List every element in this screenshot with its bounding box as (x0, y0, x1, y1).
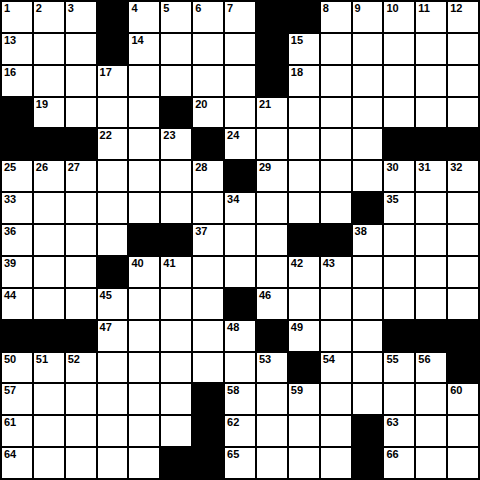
letter-cell-r11c2[interactable]: 52 (66, 353, 96, 383)
letter-cell-r9c14[interactable] (448, 289, 478, 319)
block-cell-r4c6 (193, 129, 223, 159)
letter-cell-r11c8[interactable]: 53 (257, 353, 287, 383)
clue-number-65: 65 (227, 448, 239, 461)
letter-cell-r13c14[interactable] (448, 416, 478, 446)
block-cell-r7c5 (161, 225, 191, 255)
block-cell-r12c6 (193, 384, 223, 414)
letter-cell-r2c3[interactable]: 17 (98, 66, 128, 96)
block-cell-r11c14 (448, 353, 478, 383)
clue-number-44: 44 (4, 289, 16, 302)
letter-cell-r11c4[interactable] (129, 353, 159, 383)
clue-number-11: 11 (418, 2, 430, 15)
block-cell-r10c0 (2, 321, 32, 351)
clue-number-37: 37 (195, 225, 207, 238)
letter-cell-r6c10[interactable] (321, 193, 351, 223)
letter-cell-r5c13[interactable]: 31 (416, 161, 446, 191)
clue-number-36: 36 (4, 225, 16, 238)
letter-cell-r6c3[interactable] (98, 193, 128, 223)
letter-cell-r5c9[interactable] (289, 161, 319, 191)
letter-cell-r3c2[interactable] (66, 98, 96, 128)
letter-cell-r8c10[interactable]: 43 (321, 257, 351, 287)
letter-cell-r5c11[interactable] (353, 161, 383, 191)
letter-cell-r7c1[interactable] (34, 225, 64, 255)
block-cell-r10c12 (384, 321, 414, 351)
letter-cell-r1c7[interactable] (225, 34, 255, 64)
letter-cell-r4c8[interactable] (257, 129, 287, 159)
letter-cell-r3c9[interactable] (289, 98, 319, 128)
letter-cell-r1c10[interactable] (321, 34, 351, 64)
letter-cell-r12c5[interactable] (161, 384, 191, 414)
clue-number-27: 27 (68, 161, 80, 174)
letter-cell-r14c7[interactable]: 65 (225, 448, 255, 478)
letter-cell-r12c3[interactable] (98, 384, 128, 414)
letter-cell-r2c2[interactable] (66, 66, 96, 96)
clue-number-54: 54 (323, 353, 335, 366)
clue-number-42: 42 (291, 257, 303, 270)
clue-number-51: 51 (36, 353, 48, 366)
letter-cell-r3c13[interactable] (416, 98, 446, 128)
clue-number-4: 4 (131, 2, 137, 15)
letter-cell-r14c4[interactable] (129, 448, 159, 478)
clue-number-28: 28 (195, 161, 207, 174)
letter-cell-r10c9[interactable]: 49 (289, 321, 319, 351)
block-cell-r14c5 (161, 448, 191, 478)
clue-number-14: 14 (131, 34, 143, 47)
letter-cell-r1c13[interactable] (416, 34, 446, 64)
letter-cell-r9c5[interactable] (161, 289, 191, 319)
clue-number-26: 26 (36, 161, 48, 174)
clue-number-6: 6 (195, 2, 201, 15)
letter-cell-r1c12[interactable] (384, 34, 414, 64)
letter-cell-r14c0[interactable]: 64 (2, 448, 32, 478)
letter-cell-r2c4[interactable] (129, 66, 159, 96)
letter-cell-r1c2[interactable] (66, 34, 96, 64)
letter-cell-r11c12[interactable]: 55 (384, 353, 414, 383)
letter-cell-r2c5[interactable] (161, 66, 191, 96)
letter-cell-r11c0[interactable]: 50 (2, 353, 32, 383)
letter-cell-r3c6[interactable]: 20 (193, 98, 223, 128)
letter-cell-r9c4[interactable] (129, 289, 159, 319)
letter-cell-r5c14[interactable]: 32 (448, 161, 478, 191)
letter-cell-r6c12[interactable]: 35 (384, 193, 414, 223)
block-cell-r11c9 (289, 353, 319, 383)
letter-cell-r2c10[interactable] (321, 66, 351, 96)
clue-number-45: 45 (100, 289, 112, 302)
letter-cell-r5c1[interactable]: 26 (34, 161, 64, 191)
letter-cell-r13c13[interactable] (416, 416, 446, 446)
letter-cell-r8c8[interactable] (257, 257, 287, 287)
clue-number-24: 24 (227, 129, 239, 142)
letter-cell-r12c12[interactable] (384, 384, 414, 414)
letter-cell-r1c5[interactable] (161, 34, 191, 64)
block-cell-r4c12 (384, 129, 414, 159)
letter-cell-r13c4[interactable] (129, 416, 159, 446)
clue-number-41: 41 (163, 257, 175, 270)
letter-cell-r3c7[interactable] (225, 98, 255, 128)
letter-cell-r8c1[interactable] (34, 257, 64, 287)
letter-cell-r13c9[interactable] (289, 416, 319, 446)
letter-cell-r5c10[interactable] (321, 161, 351, 191)
block-cell-r14c11 (353, 448, 383, 478)
letter-cell-r14c3[interactable] (98, 448, 128, 478)
letter-cell-r14c14[interactable] (448, 448, 478, 478)
letter-cell-r3c12[interactable] (384, 98, 414, 128)
letter-cell-r13c3[interactable] (98, 416, 128, 446)
clue-number-46: 46 (259, 289, 271, 302)
clue-number-61: 61 (4, 416, 16, 429)
letter-cell-r4c10[interactable] (321, 129, 351, 159)
letter-cell-r8c7[interactable] (225, 257, 255, 287)
clue-number-32: 32 (450, 161, 462, 174)
letter-cell-r0c6[interactable]: 6 (193, 2, 223, 32)
clue-number-39: 39 (4, 257, 16, 270)
clue-number-19: 19 (36, 98, 48, 111)
clue-number-25: 25 (4, 161, 16, 174)
clue-number-63: 63 (386, 416, 398, 429)
letter-cell-r8c0[interactable]: 39 (2, 257, 32, 287)
letter-cell-r4c7[interactable]: 24 (225, 129, 255, 159)
letter-cell-r13c12[interactable]: 63 (384, 416, 414, 446)
clue-number-56: 56 (418, 353, 430, 366)
block-cell-r4c0 (2, 129, 32, 159)
block-cell-r9c7 (225, 289, 255, 319)
letter-cell-r11c5[interactable] (161, 353, 191, 383)
letter-cell-r0c13[interactable]: 11 (416, 2, 446, 32)
letter-cell-r1c0[interactable]: 13 (2, 34, 32, 64)
clue-number-59: 59 (291, 384, 303, 397)
letter-cell-r14c2[interactable] (66, 448, 96, 478)
block-cell-r3c0 (2, 98, 32, 128)
letter-cell-r14c13[interactable] (416, 448, 446, 478)
letter-cell-r5c4[interactable] (129, 161, 159, 191)
letter-cell-r4c3[interactable]: 22 (98, 129, 128, 159)
clue-number-20: 20 (195, 98, 207, 111)
clue-number-29: 29 (259, 161, 271, 174)
clue-number-10: 10 (386, 2, 398, 15)
block-cell-r10c1 (34, 321, 64, 351)
letter-cell-r10c7[interactable]: 48 (225, 321, 255, 351)
letter-cell-r6c14[interactable] (448, 193, 478, 223)
clue-number-5: 5 (163, 2, 169, 15)
block-cell-r13c6 (193, 416, 223, 446)
block-cell-r10c14 (448, 321, 478, 351)
letter-cell-r12c4[interactable] (129, 384, 159, 414)
letter-cell-r10c3[interactable]: 47 (98, 321, 128, 351)
letter-cell-r0c1[interactable]: 2 (34, 2, 64, 32)
letter-cell-r7c14[interactable] (448, 225, 478, 255)
letter-cell-r6c8[interactable] (257, 193, 287, 223)
letter-cell-r8c6[interactable] (193, 257, 223, 287)
block-cell-r4c13 (416, 129, 446, 159)
clue-number-1: 1 (4, 2, 10, 15)
letter-cell-r12c2[interactable] (66, 384, 96, 414)
letter-cell-r0c4[interactable]: 4 (129, 2, 159, 32)
letter-cell-r7c0[interactable]: 36 (2, 225, 32, 255)
letter-cell-r2c11[interactable] (353, 66, 383, 96)
letter-cell-r1c1[interactable] (34, 34, 64, 64)
letter-cell-r6c0[interactable]: 33 (2, 193, 32, 223)
block-cell-r0c8 (257, 2, 287, 32)
letter-cell-r9c1[interactable] (34, 289, 64, 319)
letter-cell-r10c4[interactable] (129, 321, 159, 351)
letter-cell-r8c4[interactable]: 40 (129, 257, 159, 287)
letter-cell-r9c11[interactable] (353, 289, 383, 319)
letter-cell-r7c12[interactable] (384, 225, 414, 255)
letter-cell-r12c13[interactable] (416, 384, 446, 414)
letter-cell-r6c13[interactable] (416, 193, 446, 223)
clue-number-40: 40 (131, 257, 143, 270)
clue-number-48: 48 (227, 321, 239, 334)
letter-cell-r8c13[interactable] (416, 257, 446, 287)
crossword-grid: 1234567891011121314151617181920212223242… (0, 0, 480, 480)
clue-number-18: 18 (291, 66, 303, 79)
letter-cell-r9c3[interactable]: 45 (98, 289, 128, 319)
letter-cell-r6c7[interactable]: 34 (225, 193, 255, 223)
clue-number-31: 31 (418, 161, 430, 174)
letter-cell-r12c11[interactable] (353, 384, 383, 414)
clue-number-55: 55 (386, 353, 398, 366)
letter-cell-r0c2[interactable]: 3 (66, 2, 96, 32)
block-cell-r3c5 (161, 98, 191, 128)
letter-cell-r9c13[interactable] (416, 289, 446, 319)
block-cell-r7c9 (289, 225, 319, 255)
letter-cell-r4c5[interactable]: 23 (161, 129, 191, 159)
clue-number-8: 8 (323, 2, 329, 15)
letter-cell-r2c1[interactable] (34, 66, 64, 96)
letter-cell-r1c11[interactable] (353, 34, 383, 64)
block-cell-r1c3 (98, 34, 128, 64)
clue-number-64: 64 (4, 448, 16, 461)
letter-cell-r5c5[interactable] (161, 161, 191, 191)
letter-cell-r14c8[interactable] (257, 448, 287, 478)
letter-cell-r9c0[interactable]: 44 (2, 289, 32, 319)
letter-cell-r8c2[interactable] (66, 257, 96, 287)
clue-number-30: 30 (386, 161, 398, 174)
block-cell-r13c11 (353, 416, 383, 446)
block-cell-r4c2 (66, 129, 96, 159)
letter-cell-r3c3[interactable] (98, 98, 128, 128)
letter-cell-r7c2[interactable] (66, 225, 96, 255)
letter-cell-r14c12[interactable]: 66 (384, 448, 414, 478)
letter-cell-r2c0[interactable]: 16 (2, 66, 32, 96)
letter-cell-r4c11[interactable] (353, 129, 383, 159)
block-cell-r7c4 (129, 225, 159, 255)
block-cell-r14c6 (193, 448, 223, 478)
clue-number-53: 53 (259, 353, 271, 366)
letter-cell-r2c6[interactable] (193, 66, 223, 96)
letter-cell-r9c2[interactable] (66, 289, 96, 319)
letter-cell-r12c8[interactable] (257, 384, 287, 414)
letter-cell-r2c13[interactable] (416, 66, 446, 96)
letter-cell-r10c6[interactable] (193, 321, 223, 351)
letter-cell-r7c11[interactable]: 38 (353, 225, 383, 255)
clue-number-50: 50 (4, 353, 16, 366)
letter-cell-r5c8[interactable]: 29 (257, 161, 287, 191)
letter-cell-r3c4[interactable] (129, 98, 159, 128)
letter-cell-r7c7[interactable] (225, 225, 255, 255)
letter-cell-r14c10[interactable] (321, 448, 351, 478)
block-cell-r10c13 (416, 321, 446, 351)
clue-number-22: 22 (100, 129, 112, 142)
letter-cell-r0c7[interactable]: 7 (225, 2, 255, 32)
clue-number-17: 17 (100, 66, 112, 79)
letter-cell-r9c10[interactable] (321, 289, 351, 319)
clue-number-47: 47 (100, 321, 112, 334)
letter-cell-r13c10[interactable] (321, 416, 351, 446)
block-cell-r1c8 (257, 34, 287, 64)
clue-number-12: 12 (450, 2, 462, 15)
clue-number-21: 21 (259, 98, 271, 111)
clue-number-66: 66 (386, 448, 398, 461)
letter-cell-r10c5[interactable] (161, 321, 191, 351)
letter-cell-r7c6[interactable]: 37 (193, 225, 223, 255)
letter-cell-r3c10[interactable] (321, 98, 351, 128)
letter-cell-r3c1[interactable]: 19 (34, 98, 64, 128)
letter-cell-r6c6[interactable] (193, 193, 223, 223)
block-cell-r10c8 (257, 321, 287, 351)
letter-cell-r12c0[interactable]: 57 (2, 384, 32, 414)
letter-cell-r11c6[interactable] (193, 353, 223, 383)
letter-cell-r5c12[interactable]: 30 (384, 161, 414, 191)
letter-cell-r7c3[interactable] (98, 225, 128, 255)
letter-cell-r0c0[interactable]: 1 (2, 2, 32, 32)
clue-number-52: 52 (68, 353, 80, 366)
letter-cell-r11c10[interactable]: 54 (321, 353, 351, 383)
block-cell-r0c3 (98, 2, 128, 32)
letter-cell-r0c10[interactable]: 8 (321, 2, 351, 32)
clue-number-33: 33 (4, 193, 16, 206)
clue-number-57: 57 (4, 384, 16, 397)
clue-number-58: 58 (227, 384, 239, 397)
letter-cell-r5c2[interactable]: 27 (66, 161, 96, 191)
letter-cell-r5c3[interactable] (98, 161, 128, 191)
letter-cell-r0c5[interactable]: 5 (161, 2, 191, 32)
letter-cell-r12c10[interactable] (321, 384, 351, 414)
block-cell-r6c11 (353, 193, 383, 223)
clue-number-34: 34 (227, 193, 239, 206)
letter-cell-r5c6[interactable]: 28 (193, 161, 223, 191)
letter-cell-r4c9[interactable] (289, 129, 319, 159)
letter-cell-r1c14[interactable] (448, 34, 478, 64)
letter-cell-r13c7[interactable]: 62 (225, 416, 255, 446)
block-cell-r4c14 (448, 129, 478, 159)
block-cell-r7c10 (321, 225, 351, 255)
block-cell-r5c7 (225, 161, 255, 191)
letter-cell-r13c1[interactable] (34, 416, 64, 446)
letter-cell-r2c14[interactable] (448, 66, 478, 96)
letter-cell-r12c7[interactable]: 58 (225, 384, 255, 414)
clue-number-62: 62 (227, 416, 239, 429)
letter-cell-r2c9[interactable]: 18 (289, 66, 319, 96)
letter-cell-r6c9[interactable] (289, 193, 319, 223)
letter-cell-r13c5[interactable] (161, 416, 191, 446)
clue-number-15: 15 (291, 34, 303, 47)
letter-cell-r9c8[interactable]: 46 (257, 289, 287, 319)
letter-cell-r0c14[interactable]: 12 (448, 2, 478, 32)
clue-number-49: 49 (291, 321, 303, 334)
clue-number-35: 35 (386, 193, 398, 206)
clue-number-43: 43 (323, 257, 335, 270)
letter-cell-r13c8[interactable] (257, 416, 287, 446)
clue-number-60: 60 (450, 384, 462, 397)
letter-cell-r1c9[interactable]: 15 (289, 34, 319, 64)
letter-cell-r11c3[interactable] (98, 353, 128, 383)
clue-number-2: 2 (36, 2, 42, 15)
letter-cell-r11c7[interactable] (225, 353, 255, 383)
letter-cell-r8c14[interactable] (448, 257, 478, 287)
letter-cell-r10c10[interactable] (321, 321, 351, 351)
letter-cell-r3c8[interactable]: 21 (257, 98, 287, 128)
letter-cell-r8c11[interactable] (353, 257, 383, 287)
letter-cell-r3c11[interactable] (353, 98, 383, 128)
letter-cell-r13c2[interactable] (66, 416, 96, 446)
clue-number-7: 7 (227, 2, 233, 15)
letter-cell-r1c6[interactable] (193, 34, 223, 64)
letter-cell-r11c11[interactable] (353, 353, 383, 383)
clue-number-16: 16 (4, 66, 16, 79)
letter-cell-r6c2[interactable] (66, 193, 96, 223)
letter-cell-r9c9[interactable] (289, 289, 319, 319)
clue-number-9: 9 (355, 2, 361, 15)
letter-cell-r2c7[interactable] (225, 66, 255, 96)
clue-number-23: 23 (163, 129, 175, 142)
letter-cell-r12c14[interactable]: 60 (448, 384, 478, 414)
letter-cell-r1c4[interactable]: 14 (129, 34, 159, 64)
letter-cell-r8c5[interactable]: 41 (161, 257, 191, 287)
letter-cell-r6c5[interactable] (161, 193, 191, 223)
letter-cell-r7c13[interactable] (416, 225, 446, 255)
letter-cell-r12c9[interactable]: 59 (289, 384, 319, 414)
block-cell-r4c1 (34, 129, 64, 159)
letter-cell-r6c1[interactable] (34, 193, 64, 223)
block-cell-r2c8 (257, 66, 287, 96)
letter-cell-r8c9[interactable]: 42 (289, 257, 319, 287)
letter-cell-r8c12[interactable] (384, 257, 414, 287)
letter-cell-r12c1[interactable] (34, 384, 64, 414)
block-cell-r8c3 (98, 257, 128, 287)
letter-cell-r10c11[interactable] (353, 321, 383, 351)
letter-cell-r11c1[interactable]: 51 (34, 353, 64, 383)
letter-cell-r7c8[interactable] (257, 225, 287, 255)
letter-cell-r3c14[interactable] (448, 98, 478, 128)
letter-cell-r0c11[interactable]: 9 (353, 2, 383, 32)
clue-number-3: 3 (68, 2, 74, 15)
letter-cell-r9c12[interactable] (384, 289, 414, 319)
letter-cell-r0c12[interactable]: 10 (384, 2, 414, 32)
clue-number-13: 13 (4, 34, 16, 47)
letter-cell-r2c12[interactable] (384, 66, 414, 96)
letter-cell-r14c1[interactable] (34, 448, 64, 478)
clue-number-38: 38 (355, 225, 367, 238)
block-cell-r0c9 (289, 2, 319, 32)
letter-cell-r4c4[interactable] (129, 129, 159, 159)
letter-cell-r13c0[interactable]: 61 (2, 416, 32, 446)
letter-cell-r5c0[interactable]: 25 (2, 161, 32, 191)
letter-cell-r9c6[interactable] (193, 289, 223, 319)
letter-cell-r6c4[interactable] (129, 193, 159, 223)
letter-cell-r14c9[interactable] (289, 448, 319, 478)
letter-cell-r11c13[interactable]: 56 (416, 353, 446, 383)
block-cell-r10c2 (66, 321, 96, 351)
